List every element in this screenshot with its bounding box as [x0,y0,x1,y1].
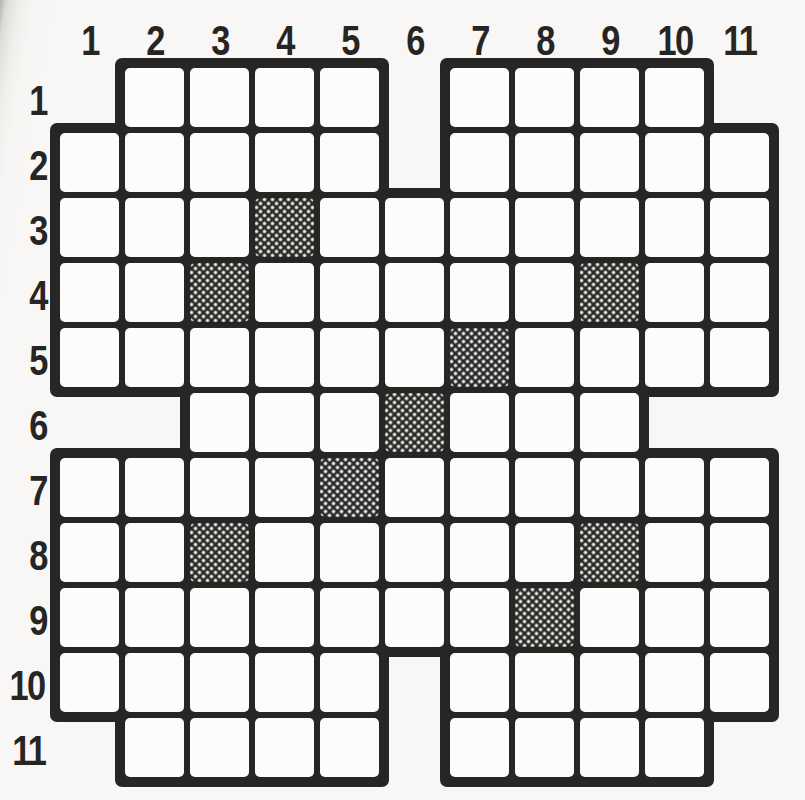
cell-r5c8[interactable] [515,328,574,387]
row-label-8-text: 8 [29,534,47,577]
row-label-10-text: 10 [10,664,45,707]
cell-r2c1[interactable] [60,133,119,192]
cell-r2c7[interactable] [450,133,509,192]
cell-r8c11[interactable] [710,523,769,582]
col-label-3: 3 [187,6,252,62]
cell-r1c5[interactable] [320,68,379,127]
row-label-5: 5 [0,325,52,390]
cell-r2c11[interactable] [710,133,769,192]
cell-r7c9[interactable] [580,458,639,517]
col-label-11: 11 [707,6,772,62]
cell-r3c6[interactable] [385,198,444,257]
row-label-8: 8 [0,520,52,585]
cell-r7c8[interactable] [515,458,574,517]
blocked-cell-r6c6 [385,393,444,452]
col-label-1-text: 1 [81,19,99,62]
cell-r7c10[interactable] [645,458,704,517]
cell-r6c3[interactable] [190,393,249,452]
blocked-cell-r3c4 [255,198,314,257]
row-label-3: 3 [0,195,52,260]
cell-r4c6[interactable] [385,263,444,322]
cell-r11c5[interactable] [320,718,379,777]
col-label-4: 4 [252,6,317,62]
col-label-9-text: 9 [601,19,619,62]
cell-r5c9[interactable] [580,328,639,387]
cell-r2c5[interactable] [320,133,379,192]
row-label-6: 6 [0,390,52,455]
cell-r5c4[interactable] [255,328,314,387]
cell-r11c10[interactable] [645,718,704,777]
col-label-6-text: 6 [406,19,424,62]
cell-r3c10[interactable] [645,198,704,257]
cell-r7c4[interactable] [255,458,314,517]
cell-r10c7[interactable] [450,653,509,712]
cell-r6c5[interactable] [320,393,379,452]
blocked-cell-r4c3 [190,263,249,322]
cell-r3c3[interactable] [190,198,249,257]
cell-r1c2[interactable] [125,68,184,127]
cell-r8c10[interactable] [645,523,704,582]
row-label-7: 7 [0,455,52,520]
cell-r4c11[interactable] [710,263,769,322]
col-label-3-text: 3 [211,19,229,62]
cell-r10c8[interactable] [515,653,574,712]
row-label-11: 11 [0,715,52,780]
col-label-5: 5 [317,6,382,62]
cell-r9c4[interactable] [255,588,314,647]
cell-r9c3[interactable] [190,588,249,647]
cell-r7c7[interactable] [450,458,509,517]
cell-r9c10[interactable] [645,588,704,647]
cell-r5c10[interactable] [645,328,704,387]
puzzle-page: 1234567891011 1234567891011 [0,0,805,800]
cell-r4c8[interactable] [515,263,574,322]
cell-r7c2[interactable] [125,458,184,517]
cell-r1c3[interactable] [190,68,249,127]
cell-r3c1[interactable] [60,198,119,257]
cell-r6c8[interactable] [515,393,574,452]
cell-r8c5[interactable] [320,523,379,582]
cell-r11c8[interactable] [515,718,574,777]
row-label-6-text: 6 [29,404,47,447]
col-label-7: 7 [447,6,512,62]
cell-r9c7[interactable] [450,588,509,647]
cell-r2c3[interactable] [190,133,249,192]
blocked-cell-r8c9 [580,523,639,582]
cell-r10c10[interactable] [645,653,704,712]
blocked-cell-r8c3 [190,523,249,582]
blocked-cell-r5c7 [450,328,509,387]
puzzle-board [57,65,772,780]
cell-r11c3[interactable] [190,718,249,777]
cell-r7c1[interactable] [60,458,119,517]
cell-r9c6[interactable] [385,588,444,647]
cell-r10c1[interactable] [60,653,119,712]
cell-r1c4[interactable] [255,68,314,127]
row-label-2-text: 2 [29,144,47,187]
row-label-10: 10 [0,650,52,715]
cell-r8c6[interactable] [385,523,444,582]
cell-r5c11[interactable] [710,328,769,387]
row-label-11-text: 11 [12,729,45,772]
cell-r2c4[interactable] [255,133,314,192]
cell-r10c9[interactable] [580,653,639,712]
cell-r2c10[interactable] [645,133,704,192]
cell-r8c7[interactable] [450,523,509,582]
col-label-5-text: 5 [341,19,359,62]
row-label-9: 9 [0,585,52,650]
cell-r1c9[interactable] [580,68,639,127]
cell-r1c7[interactable] [450,68,509,127]
cell-r7c6[interactable] [385,458,444,517]
row-labels: 1234567891011 [0,65,52,780]
col-label-9: 9 [577,6,642,62]
col-label-10: 10 [642,6,707,62]
cell-r9c2[interactable] [125,588,184,647]
cell-r7c11[interactable] [710,458,769,517]
cell-r3c2[interactable] [125,198,184,257]
row-label-5-text: 5 [29,339,47,382]
col-label-7-text: 7 [471,19,489,62]
row-label-1: 1 [0,65,52,130]
col-label-10-text: 10 [657,19,692,62]
cell-r5c3[interactable] [190,328,249,387]
cell-r4c7[interactable] [450,263,509,322]
cell-r8c4[interactable] [255,523,314,582]
cell-r10c2[interactable] [125,653,184,712]
cell-r5c6[interactable] [385,328,444,387]
cell-r4c5[interactable] [320,263,379,322]
cell-r3c11[interactable] [710,198,769,257]
cell-r8c2[interactable] [125,523,184,582]
cell-r4c4[interactable] [255,263,314,322]
col-label-8-text: 8 [536,19,554,62]
cell-r1c10[interactable] [645,68,704,127]
cell-r11c9[interactable] [580,718,639,777]
row-label-7-text: 7 [29,469,47,512]
cell-r4c10[interactable] [645,263,704,322]
row-label-3-text: 3 [29,209,47,252]
cell-r4c1[interactable] [60,263,119,322]
cell-r10c11[interactable] [710,653,769,712]
row-label-4: 4 [0,260,52,325]
cell-r8c8[interactable] [515,523,574,582]
cell-r10c5[interactable] [320,653,379,712]
column-labels: 1234567891011 [57,6,772,62]
cell-r3c9[interactable] [580,198,639,257]
row-label-2: 2 [0,130,52,195]
cell-r11c2[interactable] [125,718,184,777]
row-label-9-text: 9 [29,599,47,642]
cell-r5c2[interactable] [125,328,184,387]
col-label-1: 1 [57,6,122,62]
cell-r11c4[interactable] [255,718,314,777]
cell-r2c9[interactable] [580,133,639,192]
cell-r9c9[interactable] [580,588,639,647]
col-label-2: 2 [122,6,187,62]
cell-r7c3[interactable] [190,458,249,517]
row-label-4-text: 4 [29,274,47,317]
cell-r6c7[interactable] [450,393,509,452]
cell-r9c11[interactable] [710,588,769,647]
cell-r4c2[interactable] [125,263,184,322]
cell-r3c8[interactable] [515,198,574,257]
cell-r6c4[interactable] [255,393,314,452]
blocked-cell-r9c8 [515,588,574,647]
blocked-cell-r4c9 [580,263,639,322]
blocked-cell-r7c5 [320,458,379,517]
col-label-8: 8 [512,6,577,62]
cell-r3c5[interactable] [320,198,379,257]
cell-r3c7[interactable] [450,198,509,257]
cell-r8c1[interactable] [60,523,119,582]
cell-r5c1[interactable] [60,328,119,387]
cell-r6c9[interactable] [580,393,639,452]
col-label-2-text: 2 [146,19,164,62]
col-label-6: 6 [382,6,447,62]
cell-r10c3[interactable] [190,653,249,712]
cell-r2c2[interactable] [125,133,184,192]
cell-r1c8[interactable] [515,68,574,127]
cell-r9c5[interactable] [320,588,379,647]
col-label-4-text: 4 [276,19,294,62]
cell-r11c7[interactable] [450,718,509,777]
col-label-11-text: 11 [723,19,756,62]
cell-r2c8[interactable] [515,133,574,192]
cell-r5c5[interactable] [320,328,379,387]
row-label-1-text: 1 [29,79,47,122]
cell-r10c4[interactable] [255,653,314,712]
cell-r9c1[interactable] [60,588,119,647]
